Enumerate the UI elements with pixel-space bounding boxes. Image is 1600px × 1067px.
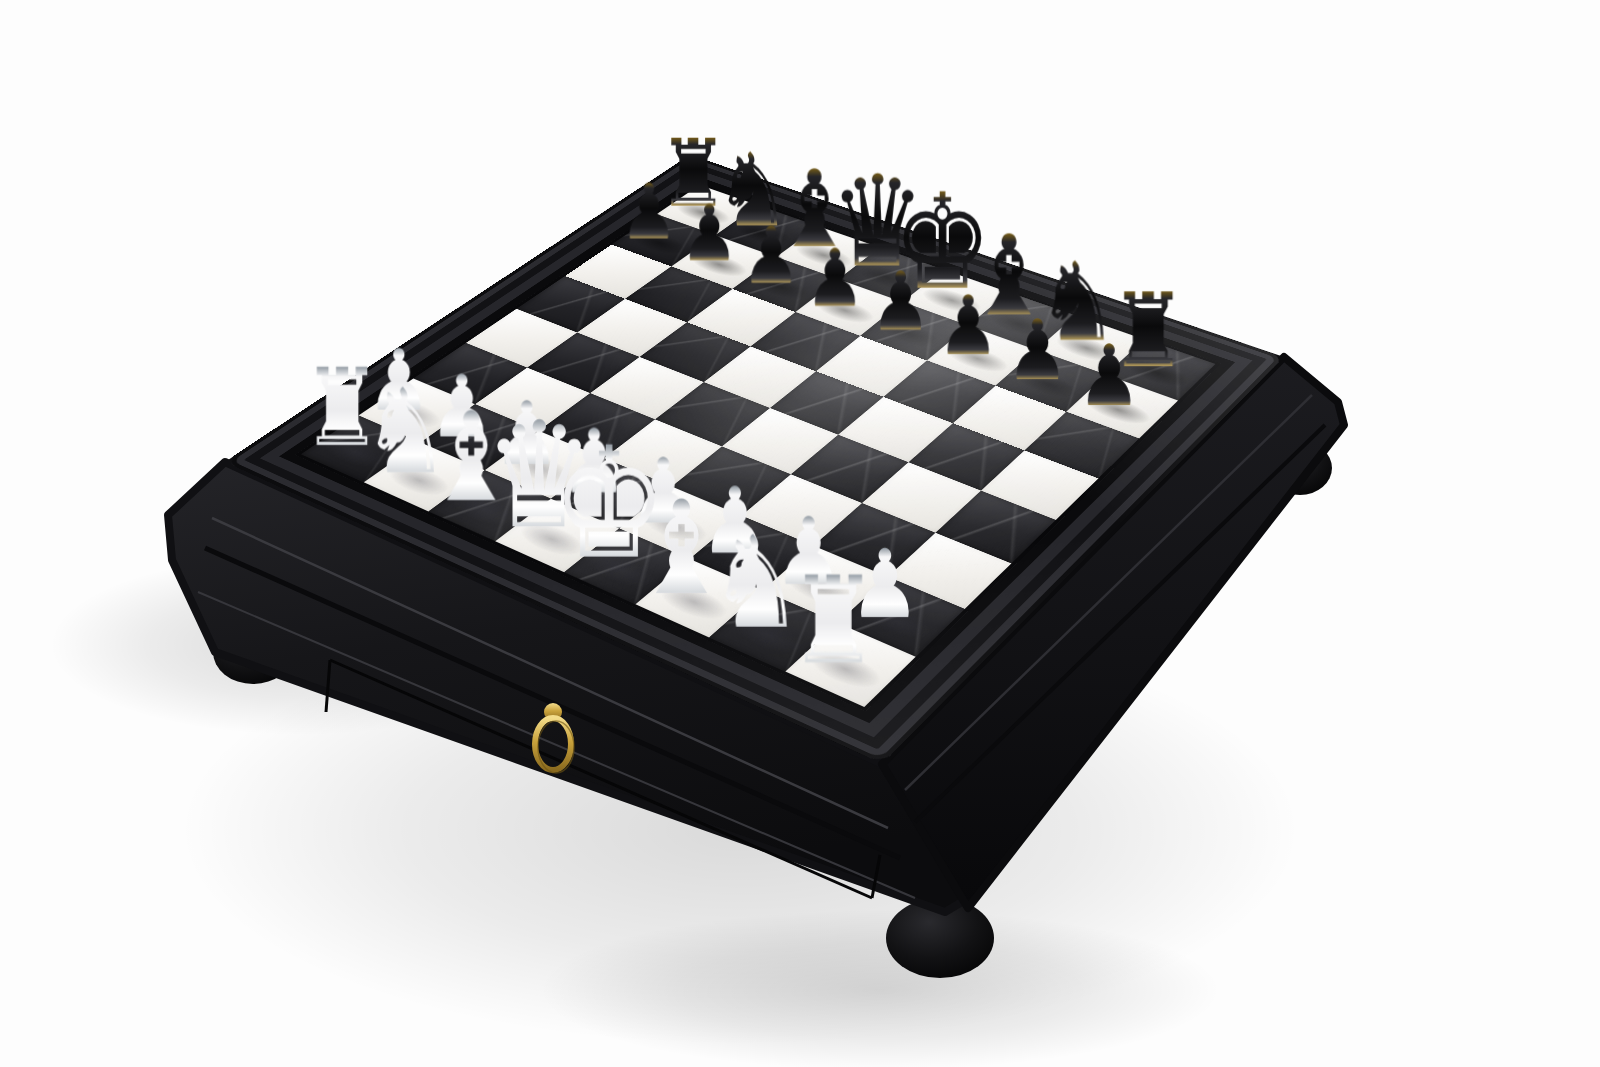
marble-grid: ♜♞♝♛♚♝♞♜♟♟♟♟♟♟♟♟♟♟♟♟♟♟♟♟♜♞♝♛♚♝♞♜: [301, 185, 1215, 707]
piece-black-pawn-h7: ♟: [1046, 334, 1173, 419]
square-h7: ♟: [1066, 375, 1178, 439]
square-h1: ♜: [785, 623, 915, 707]
board-perspective: ♜♞♝♛♚♝♞♜♟♟♟♟♟♟♟♟♟♟♟♟♟♟♟♟♜♞♝♛♚♝♞♜: [0, 0, 1600, 1067]
product-photo: ♜♞♝♛♚♝♞♜♟♟♟♟♟♟♟♟♟♟♟♟♟♟♟♟♜♞♝♛♚♝♞♜: [0, 0, 1600, 1067]
piece-white-rook-h1: ♜: [761, 560, 907, 680]
chess-board-frame: ♜♞♝♛♚♝♞♜♟♟♟♟♟♟♟♟♟♟♟♟♟♟♟♟♜♞♝♛♚♝♞♜: [225, 155, 1284, 764]
